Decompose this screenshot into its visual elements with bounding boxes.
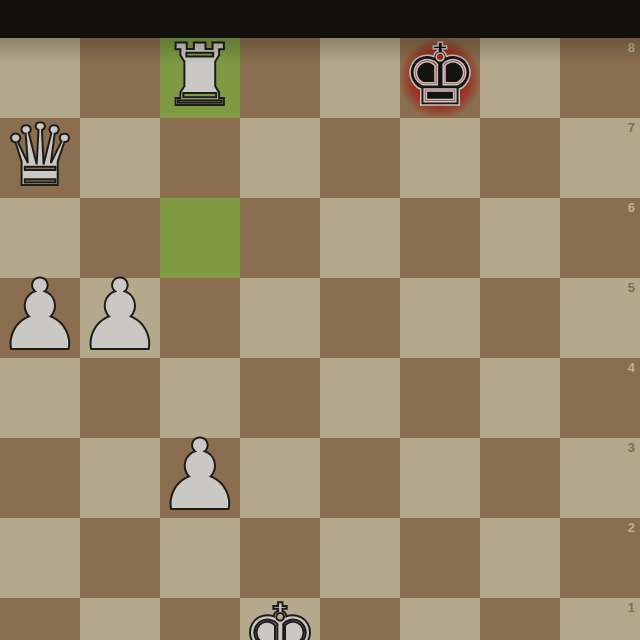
square-d1[interactable]: ♚	[240, 598, 320, 640]
square-c1[interactable]	[160, 598, 240, 640]
square-c8[interactable]: ♜	[160, 38, 240, 118]
square-d5[interactable]	[240, 278, 320, 358]
rank-label-3: 3	[628, 441, 635, 454]
square-f4[interactable]	[400, 358, 480, 438]
square-b3[interactable]	[80, 438, 160, 518]
white-king-piece[interactable]: ♚	[240, 595, 320, 640]
square-h1[interactable]: 1	[560, 598, 640, 640]
square-e3[interactable]	[320, 438, 400, 518]
square-b1[interactable]	[80, 598, 160, 640]
square-h7[interactable]: 7	[560, 118, 640, 198]
square-g2[interactable]	[480, 518, 560, 598]
rank-label-8: 8	[628, 41, 635, 54]
white-pawn-piece[interactable]: ♟	[80, 275, 160, 355]
square-g8[interactable]	[480, 38, 560, 118]
square-d6[interactable]	[240, 198, 320, 278]
square-b2[interactable]	[80, 518, 160, 598]
square-c5[interactable]	[160, 278, 240, 358]
square-c2[interactable]	[160, 518, 240, 598]
square-f7[interactable]	[400, 118, 480, 198]
square-f3[interactable]	[400, 438, 480, 518]
square-g6[interactable]	[480, 198, 560, 278]
square-e4[interactable]	[320, 358, 400, 438]
chess-board[interactable]: ♜♚8♛76♟♟54♟32♚1	[0, 38, 640, 640]
white-pawn-piece[interactable]: ♟	[0, 275, 80, 355]
square-b5[interactable]: ♟	[80, 278, 160, 358]
square-g3[interactable]	[480, 438, 560, 518]
square-a3[interactable]	[0, 438, 80, 518]
square-a1[interactable]	[0, 598, 80, 640]
square-d8[interactable]	[240, 38, 320, 118]
square-h6[interactable]: 6	[560, 198, 640, 278]
square-c3[interactable]: ♟	[160, 438, 240, 518]
rank-label-2: 2	[628, 521, 635, 534]
square-g4[interactable]	[480, 358, 560, 438]
square-c6[interactable]	[160, 198, 240, 278]
top-bar	[0, 0, 640, 38]
square-f5[interactable]	[400, 278, 480, 358]
white-rook-piece[interactable]: ♜	[160, 38, 240, 115]
white-queen-piece[interactable]: ♛	[0, 115, 80, 195]
rank-label-6: 6	[628, 201, 635, 214]
square-f6[interactable]	[400, 198, 480, 278]
square-e1[interactable]	[320, 598, 400, 640]
square-e8[interactable]	[320, 38, 400, 118]
square-b8[interactable]	[80, 38, 160, 118]
square-h2[interactable]: 2	[560, 518, 640, 598]
square-h3[interactable]: 3	[560, 438, 640, 518]
square-g1[interactable]	[480, 598, 560, 640]
square-e6[interactable]	[320, 198, 400, 278]
square-b4[interactable]	[80, 358, 160, 438]
square-g7[interactable]	[480, 118, 560, 198]
square-a2[interactable]	[0, 518, 80, 598]
square-e2[interactable]	[320, 518, 400, 598]
square-a7[interactable]: ♛	[0, 118, 80, 198]
square-b7[interactable]	[80, 118, 160, 198]
black-king-piece[interactable]: ♚	[400, 38, 480, 115]
square-e5[interactable]	[320, 278, 400, 358]
square-e7[interactable]	[320, 118, 400, 198]
square-a4[interactable]	[0, 358, 80, 438]
app-screen: ♜♚8♛76♟♟54♟32♚1	[0, 0, 640, 640]
white-pawn-piece[interactable]: ♟	[160, 435, 240, 515]
rank-label-5: 5	[628, 281, 635, 294]
square-f2[interactable]	[400, 518, 480, 598]
square-g5[interactable]	[480, 278, 560, 358]
rank-label-7: 7	[628, 121, 635, 134]
rank-label-4: 4	[628, 361, 635, 374]
square-h8[interactable]: 8	[560, 38, 640, 118]
rank-label-1: 1	[628, 601, 635, 614]
square-c7[interactable]	[160, 118, 240, 198]
square-d4[interactable]	[240, 358, 320, 438]
square-f8[interactable]: ♚	[400, 38, 480, 118]
square-h5[interactable]: 5	[560, 278, 640, 358]
square-d3[interactable]	[240, 438, 320, 518]
square-f1[interactable]	[400, 598, 480, 640]
square-h4[interactable]: 4	[560, 358, 640, 438]
square-a5[interactable]: ♟	[0, 278, 80, 358]
square-d7[interactable]	[240, 118, 320, 198]
